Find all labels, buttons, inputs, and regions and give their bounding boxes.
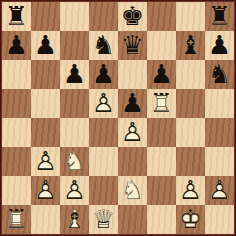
piece-white-pawn[interactable]: ♟♙ bbox=[118, 118, 147, 147]
square-a6[interactable] bbox=[2, 60, 31, 89]
square-d8[interactable] bbox=[89, 2, 118, 31]
square-e5[interactable]: ♟ bbox=[118, 89, 147, 118]
square-e3[interactable] bbox=[118, 147, 147, 176]
piece-glyph-outline: ♔ bbox=[176, 205, 205, 234]
square-g2[interactable]: ♟♙ bbox=[176, 176, 205, 205]
square-f1[interactable] bbox=[147, 205, 176, 234]
piece-white-rook[interactable]: ♜♖ bbox=[2, 205, 31, 234]
square-g4[interactable] bbox=[176, 118, 205, 147]
square-a3[interactable] bbox=[2, 147, 31, 176]
piece-black-queen[interactable]: ♛ bbox=[118, 31, 147, 60]
piece-glyph-outline: ♙ bbox=[205, 176, 234, 205]
square-e6[interactable] bbox=[118, 60, 147, 89]
piece-glyph-outline: ♙ bbox=[118, 118, 147, 147]
square-a1[interactable]: ♜♖ bbox=[2, 205, 31, 234]
piece-glyph-fill: ♜ bbox=[205, 2, 234, 31]
square-b3[interactable]: ♟♙ bbox=[31, 147, 60, 176]
piece-black-bishop[interactable]: ♝ bbox=[176, 31, 205, 60]
piece-black-pawn[interactable]: ♟ bbox=[89, 60, 118, 89]
square-c3[interactable]: ♞♘ bbox=[60, 147, 89, 176]
square-h4[interactable] bbox=[205, 118, 234, 147]
square-h6[interactable]: ♞ bbox=[205, 60, 234, 89]
square-c8[interactable] bbox=[60, 2, 89, 31]
piece-white-king[interactable]: ♚♔ bbox=[176, 205, 205, 234]
square-g7[interactable]: ♝ bbox=[176, 31, 205, 60]
piece-glyph-outline: ♙ bbox=[31, 176, 60, 205]
square-a8[interactable]: ♜ bbox=[2, 2, 31, 31]
piece-glyph-outline: ♖ bbox=[2, 205, 31, 234]
piece-glyph-fill: ♟ bbox=[60, 60, 89, 89]
square-b5[interactable] bbox=[31, 89, 60, 118]
square-c1[interactable]: ♝♗ bbox=[60, 205, 89, 234]
piece-black-knight[interactable]: ♞ bbox=[205, 60, 234, 89]
piece-white-pawn[interactable]: ♟♙ bbox=[176, 176, 205, 205]
square-h1[interactable] bbox=[205, 205, 234, 234]
square-e4[interactable]: ♟♙ bbox=[118, 118, 147, 147]
square-g3[interactable] bbox=[176, 147, 205, 176]
square-h3[interactable] bbox=[205, 147, 234, 176]
square-f7[interactable] bbox=[147, 31, 176, 60]
piece-white-knight[interactable]: ♞♘ bbox=[60, 147, 89, 176]
square-a7[interactable]: ♟ bbox=[2, 31, 31, 60]
square-d5[interactable]: ♟♙ bbox=[89, 89, 118, 118]
piece-white-pawn[interactable]: ♟♙ bbox=[205, 176, 234, 205]
piece-black-pawn[interactable]: ♟ bbox=[147, 60, 176, 89]
piece-glyph-fill: ♛ bbox=[118, 31, 147, 60]
square-e7[interactable]: ♛ bbox=[118, 31, 147, 60]
square-b1[interactable] bbox=[31, 205, 60, 234]
piece-glyph-fill: ♜ bbox=[2, 2, 31, 31]
square-e2[interactable]: ♞♘ bbox=[118, 176, 147, 205]
square-d4[interactable] bbox=[89, 118, 118, 147]
square-f5[interactable]: ♜♖ bbox=[147, 89, 176, 118]
square-d2[interactable] bbox=[89, 176, 118, 205]
square-h7[interactable]: ♟ bbox=[205, 31, 234, 60]
square-h2[interactable]: ♟♙ bbox=[205, 176, 234, 205]
piece-glyph-fill: ♟ bbox=[89, 60, 118, 89]
square-f6[interactable]: ♟ bbox=[147, 60, 176, 89]
square-e1[interactable] bbox=[118, 205, 147, 234]
piece-black-rook[interactable]: ♜ bbox=[2, 2, 31, 31]
square-d3[interactable] bbox=[89, 147, 118, 176]
piece-glyph-outline: ♙ bbox=[60, 176, 89, 205]
piece-black-pawn[interactable]: ♟ bbox=[31, 31, 60, 60]
piece-black-pawn[interactable]: ♟ bbox=[118, 89, 147, 118]
square-b7[interactable]: ♟ bbox=[31, 31, 60, 60]
square-c2[interactable]: ♟♙ bbox=[60, 176, 89, 205]
square-b8[interactable] bbox=[31, 2, 60, 31]
piece-black-pawn[interactable]: ♟ bbox=[205, 31, 234, 60]
piece-glyph-fill: ♚ bbox=[118, 2, 147, 31]
square-b4[interactable] bbox=[31, 118, 60, 147]
piece-white-pawn[interactable]: ♟♙ bbox=[31, 176, 60, 205]
piece-white-pawn[interactable]: ♟♙ bbox=[31, 147, 60, 176]
piece-white-knight[interactable]: ♞♘ bbox=[118, 176, 147, 205]
piece-black-knight[interactable]: ♞ bbox=[89, 31, 118, 60]
square-f2[interactable] bbox=[147, 176, 176, 205]
square-c5[interactable] bbox=[60, 89, 89, 118]
piece-glyph-outline: ♙ bbox=[89, 89, 118, 118]
square-b2[interactable]: ♟♙ bbox=[31, 176, 60, 205]
piece-white-queen[interactable]: ♛♕ bbox=[89, 205, 118, 234]
piece-glyph-fill: ♞ bbox=[89, 31, 118, 60]
chess-board: ♜♚♜♟♟♞♛♝♟♟♟♟♞♟♙♟♜♖♟♙♟♙♞♘♟♙♟♙♞♘♟♙♟♙♜♖♝♗♛♕… bbox=[2, 2, 234, 234]
piece-black-rook[interactable]: ♜ bbox=[205, 2, 234, 31]
piece-white-rook[interactable]: ♜♖ bbox=[147, 89, 176, 118]
piece-glyph-fill: ♟ bbox=[2, 31, 31, 60]
square-c7[interactable] bbox=[60, 31, 89, 60]
square-c4[interactable] bbox=[60, 118, 89, 147]
piece-white-pawn[interactable]: ♟♙ bbox=[60, 176, 89, 205]
square-g1[interactable]: ♚♔ bbox=[176, 205, 205, 234]
square-d7[interactable]: ♞ bbox=[89, 31, 118, 60]
square-f8[interactable] bbox=[147, 2, 176, 31]
board-frame: ♜♚♜♟♟♞♛♝♟♟♟♟♞♟♙♟♜♖♟♙♟♙♞♘♟♙♟♙♞♘♟♙♟♙♜♖♝♗♛♕… bbox=[0, 0, 236, 236]
piece-glyph-outline: ♘ bbox=[118, 176, 147, 205]
square-h5[interactable] bbox=[205, 89, 234, 118]
piece-glyph-fill: ♟ bbox=[118, 89, 147, 118]
square-c6[interactable]: ♟ bbox=[60, 60, 89, 89]
square-b6[interactable] bbox=[31, 60, 60, 89]
square-f3[interactable] bbox=[147, 147, 176, 176]
square-g5[interactable] bbox=[176, 89, 205, 118]
piece-glyph-fill: ♟ bbox=[205, 31, 234, 60]
piece-glyph-fill: ♟ bbox=[31, 31, 60, 60]
piece-white-pawn[interactable]: ♟♙ bbox=[89, 89, 118, 118]
square-a4[interactable] bbox=[2, 118, 31, 147]
square-e8[interactable]: ♚ bbox=[118, 2, 147, 31]
piece-black-pawn[interactable]: ♟ bbox=[60, 60, 89, 89]
square-a2[interactable] bbox=[2, 176, 31, 205]
piece-black-king[interactable]: ♚ bbox=[118, 2, 147, 31]
square-d6[interactable]: ♟ bbox=[89, 60, 118, 89]
piece-glyph-fill: ♝ bbox=[176, 31, 205, 60]
square-g8[interactable] bbox=[176, 2, 205, 31]
square-a5[interactable] bbox=[2, 89, 31, 118]
piece-black-pawn[interactable]: ♟ bbox=[2, 31, 31, 60]
piece-glyph-outline: ♙ bbox=[31, 147, 60, 176]
piece-glyph-outline: ♙ bbox=[176, 176, 205, 205]
piece-glyph-outline: ♖ bbox=[147, 89, 176, 118]
square-h8[interactable]: ♜ bbox=[205, 2, 234, 31]
square-g6[interactable] bbox=[176, 60, 205, 89]
square-f4[interactable] bbox=[147, 118, 176, 147]
square-d1[interactable]: ♛♕ bbox=[89, 205, 118, 234]
piece-white-bishop[interactable]: ♝♗ bbox=[60, 205, 89, 234]
piece-glyph-fill: ♞ bbox=[205, 60, 234, 89]
piece-glyph-outline: ♘ bbox=[60, 147, 89, 176]
piece-glyph-outline: ♗ bbox=[60, 205, 89, 234]
piece-glyph-outline: ♕ bbox=[89, 205, 118, 234]
piece-glyph-fill: ♟ bbox=[147, 60, 176, 89]
